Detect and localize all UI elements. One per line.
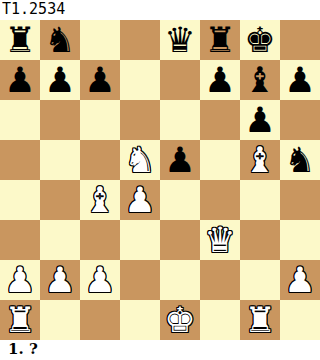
square-f8[interactable]: ♜ bbox=[200, 20, 240, 60]
chess-board: ♜♞♛♜♚♟♟♟♟♝♟♟♞♟♝♞♝♟♛♟♟♟♟♜♚♜ bbox=[0, 20, 320, 340]
piece-black-pawn: ♟ bbox=[44, 60, 75, 100]
square-c8[interactable] bbox=[80, 20, 120, 60]
piece-black-knight: ♞ bbox=[284, 140, 315, 180]
square-g2[interactable] bbox=[240, 260, 280, 300]
square-e3[interactable] bbox=[160, 220, 200, 260]
square-a5[interactable] bbox=[0, 140, 40, 180]
puzzle-title: T1.2534 bbox=[0, 0, 320, 20]
piece-black-rook: ♜ bbox=[204, 20, 235, 60]
square-b8[interactable]: ♞ bbox=[40, 20, 80, 60]
square-g7[interactable]: ♝ bbox=[240, 60, 280, 100]
piece-white-queen: ♛ bbox=[204, 220, 235, 260]
square-f5[interactable] bbox=[200, 140, 240, 180]
square-e2[interactable] bbox=[160, 260, 200, 300]
piece-white-pawn: ♟ bbox=[284, 260, 315, 300]
piece-black-king: ♚ bbox=[244, 20, 275, 60]
square-a3[interactable] bbox=[0, 220, 40, 260]
square-b7[interactable]: ♟ bbox=[40, 60, 80, 100]
square-e4[interactable] bbox=[160, 180, 200, 220]
piece-black-knight: ♞ bbox=[44, 20, 75, 60]
square-g6[interactable]: ♟ bbox=[240, 100, 280, 140]
piece-white-king: ♚ bbox=[164, 300, 195, 340]
square-c3[interactable] bbox=[80, 220, 120, 260]
move-prompt: 1. ? bbox=[0, 340, 320, 360]
square-f7[interactable]: ♟ bbox=[200, 60, 240, 100]
piece-black-pawn: ♟ bbox=[84, 60, 115, 100]
square-g4[interactable] bbox=[240, 180, 280, 220]
chess-app-window: T1.2534 ♜♞♛♜♚♟♟♟♟♝♟♟♞♟♝♞♝♟♛♟♟♟♟♜♚♜ 1. ? bbox=[0, 0, 320, 360]
square-h1[interactable] bbox=[280, 300, 320, 340]
square-h6[interactable] bbox=[280, 100, 320, 140]
square-a2[interactable]: ♟ bbox=[0, 260, 40, 300]
square-b3[interactable] bbox=[40, 220, 80, 260]
square-g8[interactable]: ♚ bbox=[240, 20, 280, 60]
square-h3[interactable] bbox=[280, 220, 320, 260]
square-f1[interactable] bbox=[200, 300, 240, 340]
piece-black-pawn: ♟ bbox=[204, 60, 235, 100]
square-d5[interactable]: ♞ bbox=[120, 140, 160, 180]
square-g3[interactable] bbox=[240, 220, 280, 260]
square-b1[interactable] bbox=[40, 300, 80, 340]
square-d1[interactable] bbox=[120, 300, 160, 340]
square-b5[interactable] bbox=[40, 140, 80, 180]
square-c7[interactable]: ♟ bbox=[80, 60, 120, 100]
piece-white-rook: ♜ bbox=[4, 300, 35, 340]
square-a8[interactable]: ♜ bbox=[0, 20, 40, 60]
square-h8[interactable] bbox=[280, 20, 320, 60]
square-h2[interactable]: ♟ bbox=[280, 260, 320, 300]
square-f3[interactable]: ♛ bbox=[200, 220, 240, 260]
piece-black-pawn: ♟ bbox=[164, 140, 195, 180]
piece-black-pawn: ♟ bbox=[244, 100, 275, 140]
square-g1[interactable]: ♜ bbox=[240, 300, 280, 340]
square-e1[interactable]: ♚ bbox=[160, 300, 200, 340]
square-c1[interactable] bbox=[80, 300, 120, 340]
square-a7[interactable]: ♟ bbox=[0, 60, 40, 100]
square-g5[interactable]: ♝ bbox=[240, 140, 280, 180]
square-h4[interactable] bbox=[280, 180, 320, 220]
piece-white-pawn: ♟ bbox=[44, 260, 75, 300]
square-c4[interactable]: ♝ bbox=[80, 180, 120, 220]
square-h5[interactable]: ♞ bbox=[280, 140, 320, 180]
square-e8[interactable]: ♛ bbox=[160, 20, 200, 60]
piece-white-bishop: ♝ bbox=[84, 180, 115, 220]
square-e5[interactable]: ♟ bbox=[160, 140, 200, 180]
piece-white-rook: ♜ bbox=[244, 300, 275, 340]
square-c2[interactable]: ♟ bbox=[80, 260, 120, 300]
square-d6[interactable] bbox=[120, 100, 160, 140]
square-e7[interactable] bbox=[160, 60, 200, 100]
piece-black-queen: ♛ bbox=[164, 20, 195, 60]
square-e6[interactable] bbox=[160, 100, 200, 140]
square-d4[interactable]: ♟ bbox=[120, 180, 160, 220]
square-b2[interactable]: ♟ bbox=[40, 260, 80, 300]
square-b4[interactable] bbox=[40, 180, 80, 220]
square-d8[interactable] bbox=[120, 20, 160, 60]
piece-black-pawn: ♟ bbox=[4, 60, 35, 100]
square-h7[interactable]: ♟ bbox=[280, 60, 320, 100]
square-d7[interactable] bbox=[120, 60, 160, 100]
piece-white-pawn: ♟ bbox=[84, 260, 115, 300]
square-f6[interactable] bbox=[200, 100, 240, 140]
piece-white-pawn: ♟ bbox=[4, 260, 35, 300]
piece-black-rook: ♜ bbox=[4, 20, 35, 60]
piece-white-bishop: ♝ bbox=[244, 140, 275, 180]
piece-black-bishop: ♝ bbox=[244, 60, 275, 100]
square-b6[interactable] bbox=[40, 100, 80, 140]
square-a6[interactable] bbox=[0, 100, 40, 140]
square-a1[interactable]: ♜ bbox=[0, 300, 40, 340]
square-a4[interactable] bbox=[0, 180, 40, 220]
square-d2[interactable] bbox=[120, 260, 160, 300]
piece-white-pawn: ♟ bbox=[124, 180, 155, 220]
square-d3[interactable] bbox=[120, 220, 160, 260]
square-f4[interactable] bbox=[200, 180, 240, 220]
square-c5[interactable] bbox=[80, 140, 120, 180]
piece-white-knight: ♞ bbox=[124, 140, 155, 180]
piece-black-pawn: ♟ bbox=[284, 60, 315, 100]
square-f2[interactable] bbox=[200, 260, 240, 300]
square-c6[interactable] bbox=[80, 100, 120, 140]
